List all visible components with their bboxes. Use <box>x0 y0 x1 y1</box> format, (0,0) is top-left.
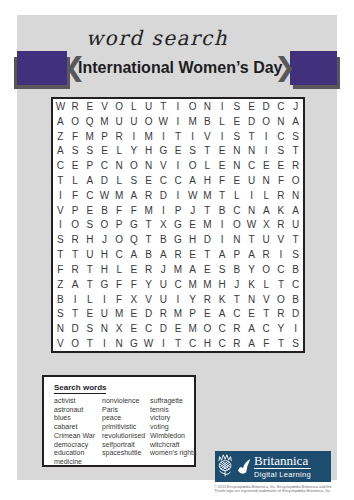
search-word: witchcraft <box>150 441 196 450</box>
britannica-logo: Britannica Digital Learning <box>215 451 331 482</box>
grid-cell-r2c12: L <box>215 114 230 129</box>
grid-cell-r10c6: Q <box>127 232 142 247</box>
search-word: education <box>54 449 102 458</box>
grid-cell-r3c8: I <box>156 129 171 144</box>
grid-cell-r14c6: X <box>127 292 142 307</box>
grid-cell-r5c7: N <box>141 158 156 173</box>
grid-cell-r3c15: I <box>259 129 274 144</box>
grid-cell-r7c12: T <box>215 188 230 203</box>
grid-cell-r17c3: T <box>82 336 97 351</box>
grid-cell-r15c11: E <box>200 307 215 322</box>
grid-cell-r8c4: B <box>97 203 112 218</box>
grid-cell-r15c8: R <box>156 307 171 322</box>
grid-cell-r17c6: G <box>127 336 142 351</box>
grid-cell-r7c17: N <box>288 188 303 203</box>
grid-cell-r11c6: A <box>127 247 142 262</box>
grid-cell-r16c16: Y <box>274 321 289 336</box>
grid-cell-r8c1: V <box>53 203 68 218</box>
grid-cell-r17c17: S <box>288 336 303 351</box>
grid-cell-r9c4: O <box>97 218 112 233</box>
grid-cell-r6c11: H <box>200 173 215 188</box>
grid-cell-r16c4: N <box>97 321 112 336</box>
grid-cell-r17c5: N <box>112 336 127 351</box>
grid-cell-r12c1: F <box>53 262 68 277</box>
grid-cell-r12c15: O <box>259 262 274 277</box>
grid-cell-r5c5: N <box>112 158 127 173</box>
grid-cell-r16c8: D <box>156 321 171 336</box>
grid-cell-r3c10: I <box>185 129 200 144</box>
grid-cell-r14c11: R <box>200 292 215 307</box>
grid-cell-r14c1: B <box>53 292 68 307</box>
grid-cell-r4c16: S <box>274 143 289 158</box>
page-title: International Women’s Day <box>78 51 276 85</box>
grid-cell-r5c3: P <box>82 158 97 173</box>
grid-cell-r10c12: I <box>215 232 230 247</box>
grid-cell-r8c9: P <box>171 203 186 218</box>
grid-cell-r2c5: U <box>112 114 127 129</box>
grid-cell-r6c8: C <box>156 173 171 188</box>
grid-cell-r12c11: E <box>200 262 215 277</box>
copyright-line-2: Thistle logo are registered trademarks o… <box>203 489 343 493</box>
grid-cell-r10c4: J <box>97 232 112 247</box>
grid-cell-r6c16: F <box>274 173 289 188</box>
grid-cell-r2c14: D <box>244 114 259 129</box>
grid-cell-r12c8: J <box>156 262 171 277</box>
grid-cell-r13c7: Y <box>141 277 156 292</box>
grid-cell-r1c4: V <box>97 99 112 114</box>
grid-cell-r2c16: N <box>274 114 289 129</box>
search-word: suffragette <box>150 397 196 406</box>
grid-cell-r17c13: R <box>229 336 244 351</box>
search-word: democracy <box>54 441 102 450</box>
grid-cell-r14c13: T <box>229 292 244 307</box>
grid-cell-r11c14: A <box>244 247 259 262</box>
grid-cell-r16c6: E <box>127 321 142 336</box>
grid-cell-r15c6: E <box>127 307 142 322</box>
grid-cell-r1c16: C <box>274 99 289 114</box>
grid-cell-r16c3: S <box>82 321 97 336</box>
grid-cell-r15c14: E <box>244 307 259 322</box>
grid-cell-r10c2: R <box>68 232 83 247</box>
search-word: revolutionised <box>102 432 150 441</box>
grid-cell-r3c9: T <box>171 129 186 144</box>
grid-cell-r5c17: R <box>288 158 303 173</box>
grid-cell-r10c8: B <box>156 232 171 247</box>
grid-cell-r7c3: C <box>82 188 97 203</box>
grid-cell-r10c16: V <box>274 232 289 247</box>
grid-cell-r14c7: V <box>141 292 156 307</box>
grid-cell-r9c2: O <box>68 218 83 233</box>
grid-cell-r7c16: R <box>274 188 289 203</box>
grid-cell-r6c14: U <box>244 173 259 188</box>
grid-cell-r2c4: M <box>97 114 112 129</box>
grid-cell-r4c4: E <box>97 143 112 158</box>
grid-cell-r3c16: C <box>274 129 289 144</box>
grid-cell-r15c13: C <box>229 307 244 322</box>
grid-cell-r14c5: F <box>112 292 127 307</box>
grid-cell-r11c3: U <box>82 247 97 262</box>
grid-cell-r4c3: S <box>82 143 97 158</box>
grid-cell-r11c17: S <box>288 247 303 262</box>
grid-cell-r5c8: V <box>156 158 171 173</box>
grid-cell-r3c1: Z <box>53 129 68 144</box>
search-words-box: Search words activistastronautbluescabar… <box>42 375 196 467</box>
grid-cell-r4c9: E <box>171 143 186 158</box>
grid-cell-r10c5: O <box>112 232 127 247</box>
grid-cell-r11c16: I <box>274 247 289 262</box>
grid-cell-r6c15: N <box>259 173 274 188</box>
grid-cell-r2c3: Q <box>82 114 97 129</box>
grid-cell-r8c14: N <box>244 203 259 218</box>
grid-cell-r4c5: L <box>112 143 127 158</box>
grid-cell-r7c11: M <box>200 188 215 203</box>
grid-cell-r4c10: S <box>185 143 200 158</box>
grid-cell-r6c12: F <box>215 173 230 188</box>
grid-cell-r9c1: I <box>53 218 68 233</box>
grid-cell-r13c17: C <box>288 277 303 292</box>
grid-cell-r9c15: X <box>259 218 274 233</box>
grid-cell-r13c8: U <box>156 277 171 292</box>
grid-cell-r8c10: J <box>185 203 200 218</box>
grid-cell-r17c8: I <box>156 336 171 351</box>
grid-cell-r15c7: D <box>141 307 156 322</box>
search-word: Paris <box>102 406 150 415</box>
grid-cell-r5c11: L <box>200 158 215 173</box>
grid-cell-r2c10: M <box>185 114 200 129</box>
grid-cell-r15c10: P <box>185 307 200 322</box>
grid-cell-r10c11: D <box>200 232 215 247</box>
grid-cell-r8c5: F <box>112 203 127 218</box>
search-word: cabaret <box>54 423 102 432</box>
grid-cell-r16c12: C <box>215 321 230 336</box>
grid-cell-r16c7: C <box>141 321 156 336</box>
grid-cell-r1c8: T <box>156 99 171 114</box>
grid-cell-r2c15: O <box>259 114 274 129</box>
grid-cell-r14c10: Y <box>185 292 200 307</box>
britannica-name: Britannica <box>254 454 311 467</box>
search-word: peace <box>102 414 150 423</box>
grid-cell-r14c8: U <box>156 292 171 307</box>
grid-cell-r2c6: U <box>127 114 142 129</box>
grid-cell-r11c12: A <box>215 247 230 262</box>
grid-cell-r16c17: I <box>288 321 303 336</box>
grid-cell-r7c8: D <box>156 188 171 203</box>
search-word: Crimean War <box>54 432 102 441</box>
grid-cell-r8c6: F <box>127 203 142 218</box>
grid-cell-r7c1: I <box>53 188 68 203</box>
grid-cell-r14c14: N <box>244 292 259 307</box>
grid-cell-r12c13: B <box>229 262 244 277</box>
grid-cell-r11c7: B <box>141 247 156 262</box>
grid-cell-r1c9: I <box>171 99 186 114</box>
grid-cell-r10c14: T <box>244 232 259 247</box>
grid-cell-r1c13: S <box>229 99 244 114</box>
grid-cell-r4c15: I <box>259 143 274 158</box>
thistle-leaf-swoosh-icon <box>237 458 252 475</box>
grid-cell-r17c7: W <box>141 336 156 351</box>
grid-cell-r12c7: R <box>141 262 156 277</box>
grid-cell-r5c6: O <box>127 158 142 173</box>
search-word: nonviolence <box>102 397 150 406</box>
grid-cell-r4c14: N <box>244 143 259 158</box>
grid-cell-r15c4: U <box>97 307 112 322</box>
grid-cell-r10c3: H <box>82 232 97 247</box>
ribbon-right <box>290 51 337 85</box>
grid-cell-r11c2: T <box>68 247 83 262</box>
grid-cell-r5c13: N <box>229 158 244 173</box>
britannica-division: Digital Learning <box>254 468 311 479</box>
search-word: Wimbledon <box>150 432 196 441</box>
grid-cell-r5c9: I <box>171 158 186 173</box>
grid-cell-r6c4: D <box>97 173 112 188</box>
grid-cell-r16c13: R <box>229 321 244 336</box>
grid-cell-r14c17: B <box>288 292 303 307</box>
grid-cell-r12c10: A <box>185 262 200 277</box>
grid-cell-r12c17: B <box>288 262 303 277</box>
grid-cell-r14c3: L <box>82 292 97 307</box>
grid-cell-r6c9: C <box>171 173 186 188</box>
grid-cell-r11c4: H <box>97 247 112 262</box>
grid-cell-r14c16: O <box>274 292 289 307</box>
grid-cell-r14c9: I <box>171 292 186 307</box>
grid-cell-r13c6: F <box>127 277 142 292</box>
grid-cell-r13c9: C <box>171 277 186 292</box>
grid-cell-r13c10: M <box>185 277 200 292</box>
grid-cell-r9c13: O <box>229 218 244 233</box>
grid-cell-r15c3: E <box>82 307 97 322</box>
grid-cell-r17c15: F <box>259 336 274 351</box>
grid-cell-r3c6: I <box>127 129 142 144</box>
grid-cell-r1c15: D <box>259 99 274 114</box>
grid-cell-r1c10: O <box>185 99 200 114</box>
grid-cell-r7c9: I <box>171 188 186 203</box>
grid-cell-r12c9: M <box>171 262 186 277</box>
grid-cell-r16c14: A <box>244 321 259 336</box>
search-words-list: activistastronautbluescabaretCrimean War… <box>54 397 196 467</box>
copyright-text: © 2015 Encyclopædia Britannica, Inc. Enc… <box>203 485 343 494</box>
grid-cell-r1c12: I <box>215 99 230 114</box>
grid-cell-r5c10: O <box>185 158 200 173</box>
grid-cell-r11c1: T <box>53 247 68 262</box>
grid-cell-r16c9: E <box>171 321 186 336</box>
grid-cell-r10c17: T <box>288 232 303 247</box>
grid-cell-r17c4: I <box>97 336 112 351</box>
grid-cell-r16c2: D <box>68 321 83 336</box>
grid-cell-r3c7: M <box>141 129 156 144</box>
thistle-icon <box>215 453 237 480</box>
grid-cell-r4c8: G <box>156 143 171 158</box>
grid-cell-r16c11: O <box>200 321 215 336</box>
grid-cell-r15c17: D <box>288 307 303 322</box>
search-word: tennis <box>150 406 196 415</box>
grid-cell-r1c17: J <box>288 99 303 114</box>
kicker-word-search: word search <box>86 26 228 50</box>
grid-cell-r6c3: A <box>82 173 97 188</box>
grid-cell-r13c4: G <box>97 277 112 292</box>
grid-cell-r15c15: T <box>259 307 274 322</box>
grid-cell-r8c15: A <box>259 203 274 218</box>
grid-cell-r2c7: O <box>141 114 156 129</box>
grid-cell-r1c5: O <box>112 99 127 114</box>
grid-cell-r6c6: S <box>127 173 142 188</box>
grid-cell-r8c7: M <box>141 203 156 218</box>
grid-cell-r17c1: V <box>53 336 68 351</box>
search-words-column-1: activistastronautbluescabaretCrimean War… <box>54 397 102 467</box>
grid-cell-r4c6: Y <box>127 143 142 158</box>
grid-cell-r13c11: M <box>200 277 215 292</box>
grid-cell-r11c15: R <box>259 247 274 262</box>
grid-cell-r13c14: K <box>244 277 259 292</box>
grid-cell-r9c16: R <box>274 218 289 233</box>
grid-cell-r13c12: H <box>215 277 230 292</box>
grid-cell-r6c13: E <box>229 173 244 188</box>
grid-cell-r8c2: P <box>68 203 83 218</box>
grid-cell-r9c9: G <box>171 218 186 233</box>
grid-cell-r7c10: W <box>185 188 200 203</box>
grid-cell-r2c9: I <box>171 114 186 129</box>
grid-cell-r15c5: M <box>112 307 127 322</box>
grid-cell-r4c13: N <box>229 143 244 158</box>
grid-cell-r1c11: N <box>200 99 215 114</box>
grid-cell-r8c3: E <box>82 203 97 218</box>
grid-cell-r5c4: C <box>97 158 112 173</box>
grid-cell-r12c14: Y <box>244 262 259 277</box>
grid-cell-r7c6: A <box>127 188 142 203</box>
grid-cell-r9c12: I <box>215 218 230 233</box>
grid-cell-r3c12: I <box>215 129 230 144</box>
britannica-wordmark: Britannica Digital Learning <box>254 454 311 479</box>
grid-cell-r3c11: V <box>200 129 215 144</box>
search-word: spaceshuttle <box>102 449 150 458</box>
grid-cell-r17c9: T <box>171 336 186 351</box>
grid-cell-r3c5: R <box>112 129 127 144</box>
grid-cell-r12c6: E <box>127 262 142 277</box>
grid-cell-r6c5: L <box>112 173 127 188</box>
search-word: astronaut <box>54 406 102 415</box>
grid-cell-r10c7: T <box>141 232 156 247</box>
grid-cell-r5c16: E <box>274 158 289 173</box>
grid-cell-r1c2: R <box>68 99 83 114</box>
search-words-column-2: nonviolenceParispeaceprimitivisticrevolu… <box>102 397 150 467</box>
grid-cell-r7c4: W <box>97 188 112 203</box>
grid-cell-r17c11: H <box>200 336 215 351</box>
grid-cell-r16c1: N <box>53 321 68 336</box>
grid-cell-r6c17: O <box>288 173 303 188</box>
grid-cell-r13c1: Z <box>53 277 68 292</box>
grid-cell-r11c10: E <box>185 247 200 262</box>
grid-cell-r11c13: P <box>229 247 244 262</box>
grid-cell-r10c9: G <box>171 232 186 247</box>
grid-cell-r1c6: L <box>127 99 142 114</box>
grid-cell-r15c2: T <box>68 307 83 322</box>
grid-cell-r8c12: B <box>215 203 230 218</box>
grid-cell-r2c8: W <box>156 114 171 129</box>
grid-cell-r17c10: C <box>185 336 200 351</box>
grid-cell-r2c11: B <box>200 114 215 129</box>
grid-cell-r16c10: M <box>185 321 200 336</box>
grid-cell-r7c14: I <box>244 188 259 203</box>
grid-cell-r7c5: M <box>112 188 127 203</box>
grid-cell-r6c10: A <box>185 173 200 188</box>
grid-cell-r3c3: M <box>82 129 97 144</box>
grid-cell-r2c17: A <box>288 114 303 129</box>
grid-cell-r13c2: A <box>68 277 83 292</box>
grid-cell-r11c9: R <box>171 247 186 262</box>
grid-cell-r7c2: F <box>68 188 83 203</box>
grid-cell-r14c2: I <box>68 292 83 307</box>
grid-cell-r14c4: I <box>97 292 112 307</box>
grid-cell-r5c14: C <box>244 158 259 173</box>
grid-cell-r14c15: V <box>259 292 274 307</box>
grid-cell-r3c14: T <box>244 129 259 144</box>
grid-cell-r3c17: S <box>288 129 303 144</box>
grid-cell-r14c12: K <box>215 292 230 307</box>
grid-cell-r4c12: E <box>215 143 230 158</box>
grid-cell-r9c6: G <box>127 218 142 233</box>
grid-cell-r10c1: S <box>53 232 68 247</box>
grid-cell-r6c1: T <box>53 173 68 188</box>
grid-cell-r7c7: R <box>141 188 156 203</box>
grid-cell-r8c11: T <box>200 203 215 218</box>
grid-cell-r10c15: U <box>259 232 274 247</box>
grid-cell-r9c7: T <box>141 218 156 233</box>
grid-cell-r3c4: P <box>97 129 112 144</box>
grid-cell-r9c17: U <box>288 218 303 233</box>
grid-cell-r3c13: S <box>229 129 244 144</box>
grid-cell-r8c16: K <box>274 203 289 218</box>
grid-cell-r11c11: T <box>200 247 215 262</box>
grid-cell-r15c1: S <box>53 307 68 322</box>
grid-cell-r12c5: L <box>112 262 127 277</box>
grid-cell-r4c11: T <box>200 143 215 158</box>
grid-cell-r4c17: T <box>288 143 303 158</box>
search-word: primitivistic <box>102 423 150 432</box>
grid-cell-r5c2: E <box>68 158 83 173</box>
grid-cell-r13c3: T <box>82 277 97 292</box>
search-word: blues <box>54 414 102 423</box>
grid-cell-r17c14: A <box>244 336 259 351</box>
word-search-grid: WREVOLUTIONISEDCJAOQMUUOWIMBLEDONAZFMPRI… <box>51 97 305 353</box>
grid-cell-r7c13: L <box>229 188 244 203</box>
grid-cell-r5c1: C <box>53 158 68 173</box>
grid-cell-r15c12: A <box>215 307 230 322</box>
grid-cell-r11c5: C <box>112 247 127 262</box>
grid-cell-r9c3: S <box>82 218 97 233</box>
grid-cell-r6c2: L <box>68 173 83 188</box>
ribbon-left <box>17 51 67 85</box>
grid-cell-r1c7: U <box>141 99 156 114</box>
search-word: women’s rights <box>150 449 196 458</box>
grid-cell-r12c2: R <box>68 262 83 277</box>
grid-cell-r11c8: A <box>156 247 171 262</box>
search-words-column-3: suffragettetennisvictoryvotingWimbledonw… <box>150 397 196 467</box>
search-word: selfportrait <box>102 441 150 450</box>
grid-cell-r6c7: E <box>141 173 156 188</box>
grid-cell-r5c15: E <box>259 158 274 173</box>
grid-cell-r12c16: C <box>274 262 289 277</box>
grid-cell-r13c13: J <box>229 277 244 292</box>
grid-cell-r2c1: A <box>53 114 68 129</box>
search-word: activist <box>54 397 102 406</box>
grid-cell-r9c8: X <box>156 218 171 233</box>
grid-cell-r12c12: S <box>215 262 230 277</box>
grid-cell-r12c4: H <box>97 262 112 277</box>
grid-cell-r8c8: I <box>156 203 171 218</box>
grid-cell-r10c10: H <box>185 232 200 247</box>
grid-cell-r17c16: T <box>274 336 289 351</box>
grid-cell-r3c2: F <box>68 129 83 144</box>
grid-cell-r1c3: E <box>82 99 97 114</box>
